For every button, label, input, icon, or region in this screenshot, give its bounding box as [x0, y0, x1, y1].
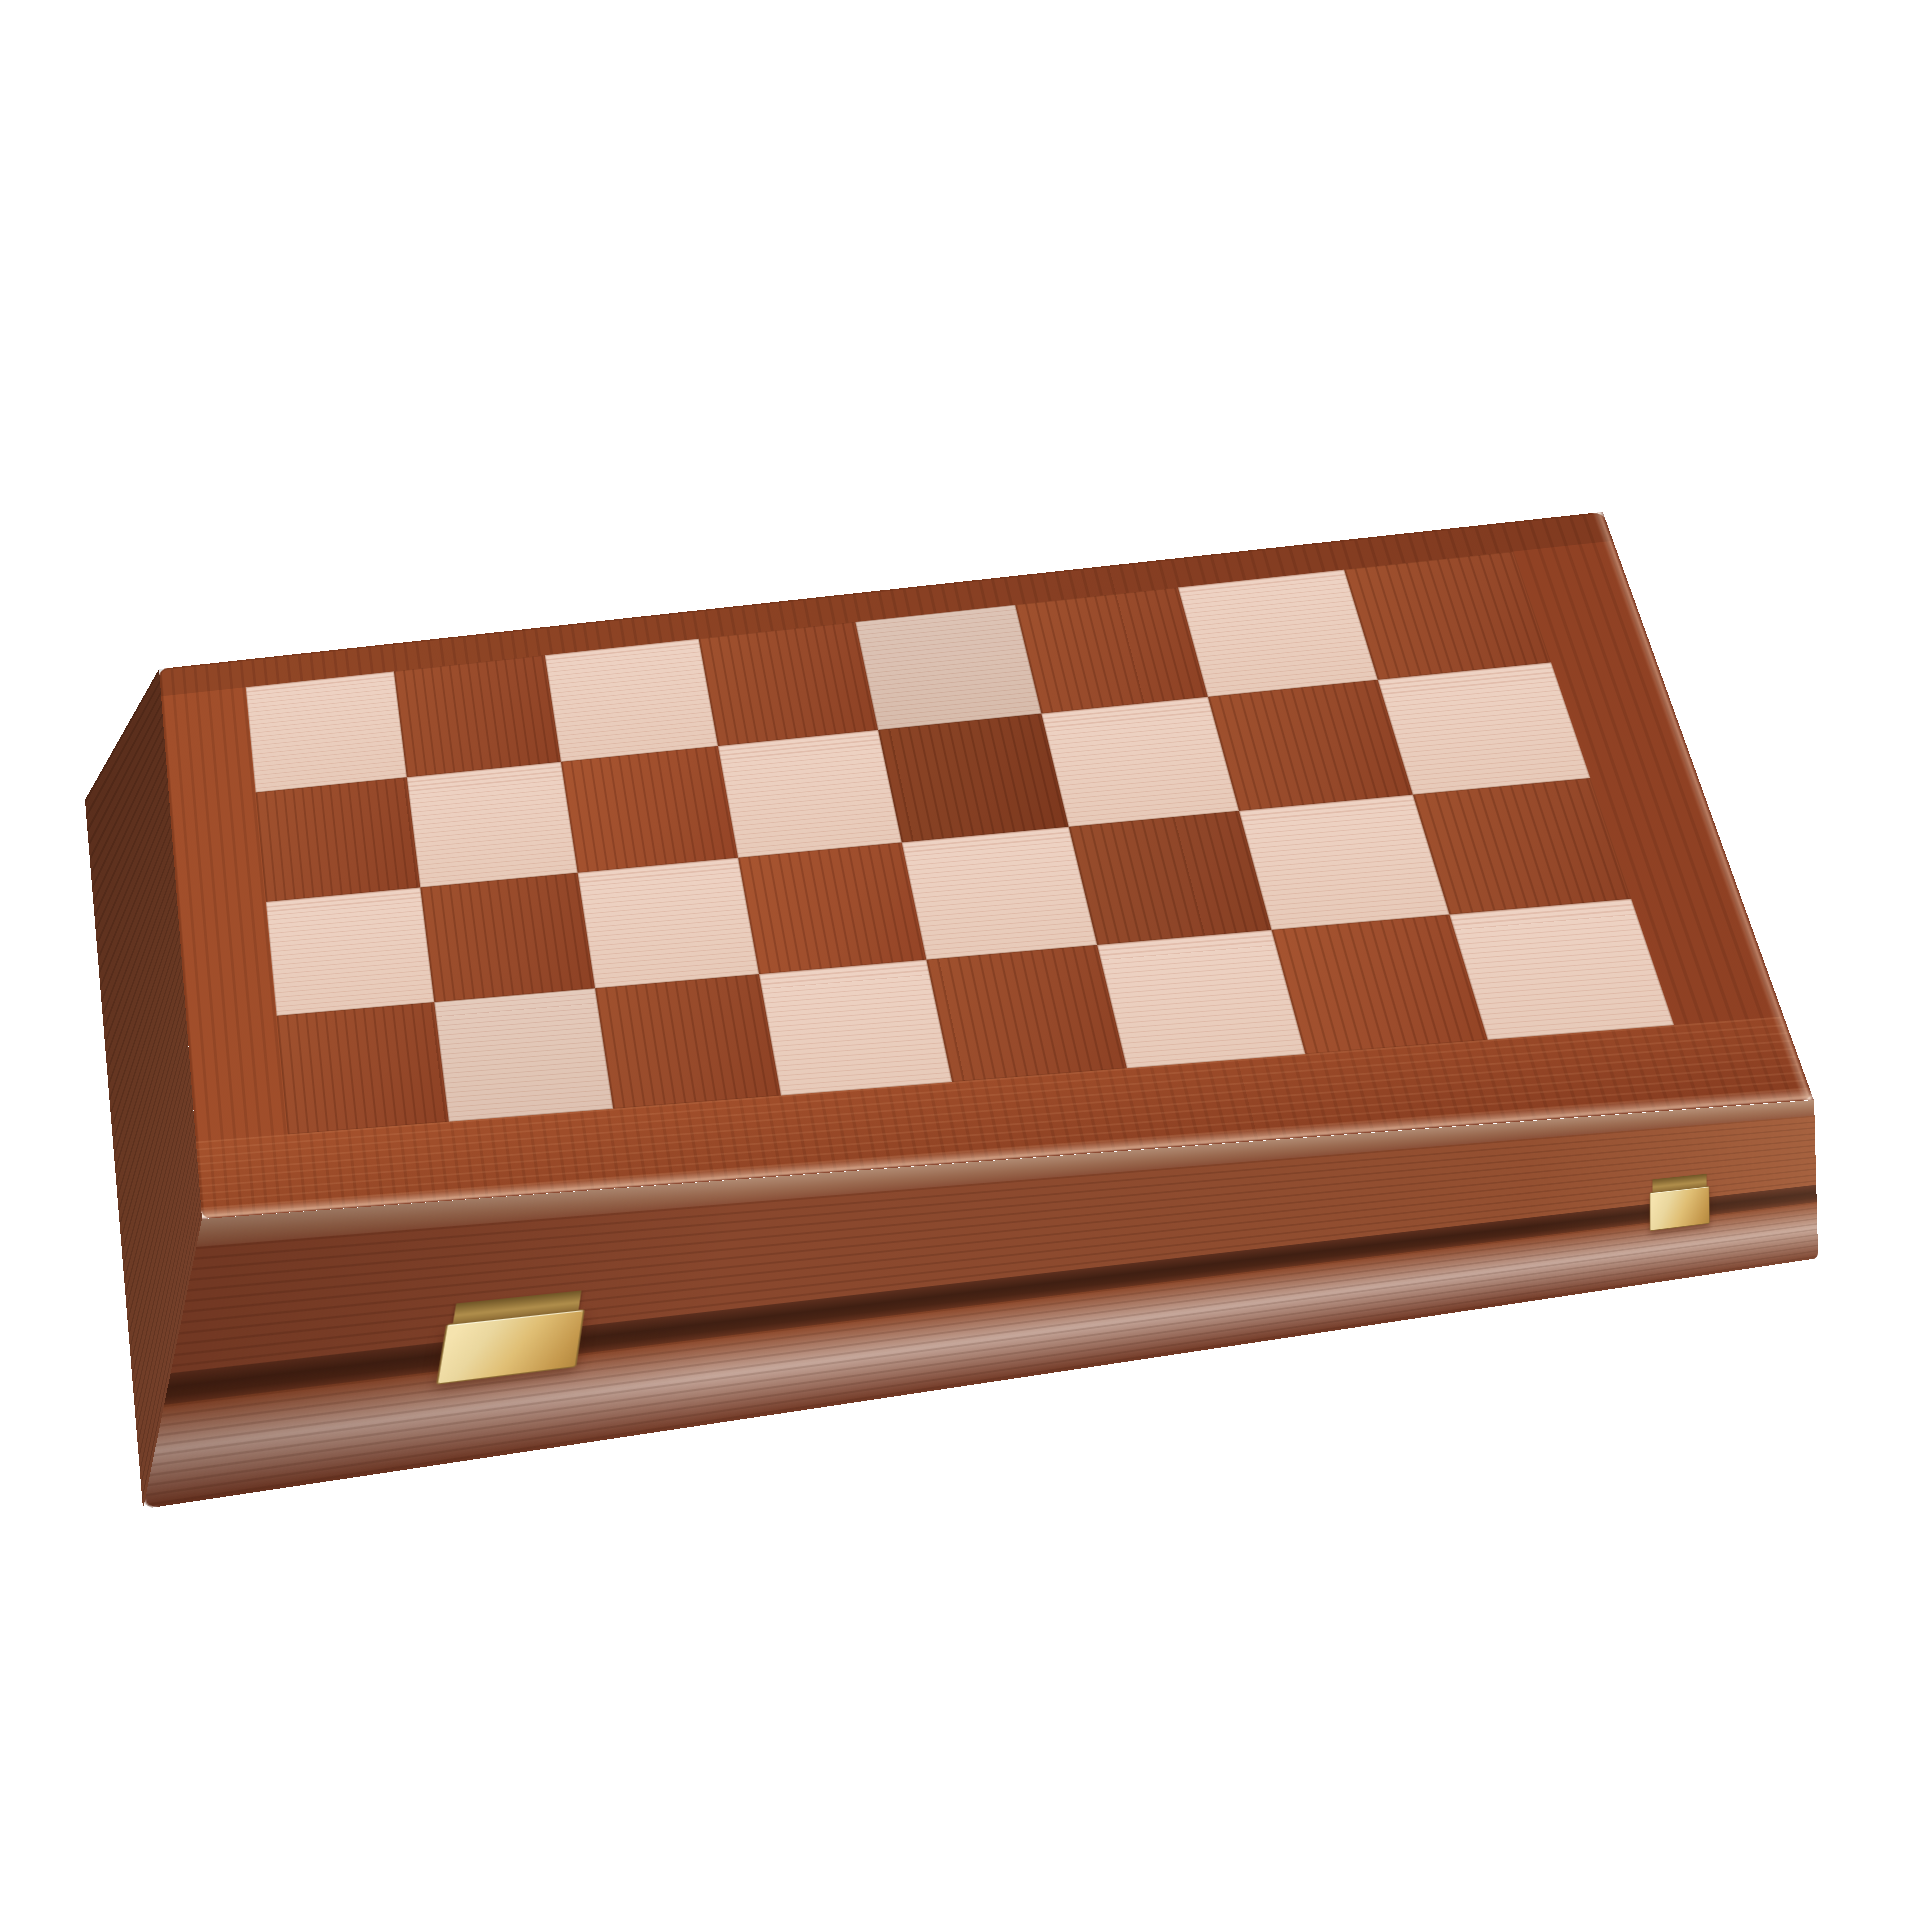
board-square	[1449, 899, 1674, 1040]
board-square	[407, 762, 578, 888]
board-square	[394, 655, 561, 777]
board-square	[1097, 930, 1305, 1068]
board-square	[434, 988, 613, 1121]
photo-background	[0, 0, 1920, 1920]
board-square	[738, 842, 926, 974]
board-square	[1041, 697, 1239, 827]
board-square	[1344, 551, 1551, 679]
board-square	[561, 746, 738, 873]
board-square	[595, 974, 781, 1109]
board-square	[1239, 795, 1449, 930]
board-square	[1069, 811, 1272, 945]
board-square	[1378, 662, 1591, 794]
board-square	[902, 827, 1097, 960]
brass-clasp-right	[1650, 1173, 1710, 1229]
board-square	[1271, 914, 1487, 1054]
board-square	[699, 622, 878, 746]
board-square	[266, 887, 434, 1015]
board-square	[420, 873, 595, 1002]
clasp-buckle	[1650, 1186, 1710, 1231]
board-square	[578, 858, 759, 989]
board-square	[256, 777, 421, 902]
board-square	[718, 730, 902, 858]
board-square	[926, 945, 1127, 1082]
board-square	[277, 1002, 449, 1134]
board-square	[855, 605, 1041, 730]
board-square	[1413, 778, 1631, 914]
case-lid-top	[159, 512, 1814, 1219]
board-square	[545, 639, 718, 762]
board-square	[246, 671, 407, 792]
board-square	[1208, 680, 1413, 811]
board-square	[1015, 587, 1208, 713]
board-square	[759, 960, 952, 1096]
board-square	[1178, 570, 1378, 697]
board-square	[878, 714, 1069, 843]
